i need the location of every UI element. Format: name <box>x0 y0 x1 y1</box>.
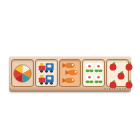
tile-1-items <box>13 61 32 85</box>
apple-icon <box>117 71 125 80</box>
fish-icon <box>65 69 78 76</box>
flower-icon <box>94 62 103 73</box>
tile-2-items <box>37 61 56 85</box>
tile-4-flowers <box>82 59 105 87</box>
tile-4-items <box>84 61 103 85</box>
brand-stamp <box>104 88 127 90</box>
toy-train-icon <box>38 62 55 73</box>
fish-icon <box>62 77 75 84</box>
fish-icon <box>62 62 75 69</box>
toy-train-icon <box>38 74 55 85</box>
tile-3-items <box>61 61 80 85</box>
tile-5-items <box>108 61 127 85</box>
apple-icon <box>125 62 133 71</box>
apple-icon <box>109 62 117 71</box>
tile-2-toy-trains <box>35 59 58 87</box>
flower-icon <box>85 73 94 84</box>
flower-icon <box>94 73 103 84</box>
counting-board <box>9 56 131 92</box>
product-photo-background: { "game": "Wooden counting board — toddl… <box>0 0 140 140</box>
beach-ball-icon <box>13 64 32 83</box>
tile-3-fish <box>59 59 82 87</box>
flower-icon <box>85 62 94 73</box>
tile-1-beach-ball <box>11 59 34 87</box>
tile-5-apples <box>106 59 129 87</box>
